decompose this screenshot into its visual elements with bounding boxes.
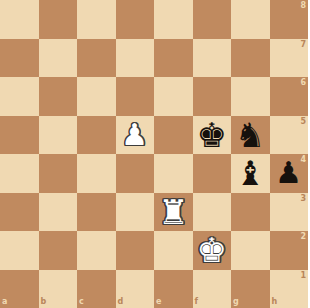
square-h5[interactable]: 5 xyxy=(270,116,309,155)
square-a1[interactable]: a xyxy=(0,270,39,308)
square-h4[interactable]: 4♟ xyxy=(270,154,309,193)
black-king[interactable]: ♚ xyxy=(197,118,227,152)
square-f5[interactable]: ♚ xyxy=(193,116,232,155)
square-b6[interactable] xyxy=(39,77,78,116)
square-g4[interactable]: ♝ xyxy=(231,154,270,193)
square-d5[interactable]: ♟ xyxy=(116,116,155,155)
rank-label-7: 7 xyxy=(300,41,306,49)
square-c8[interactable] xyxy=(77,0,116,39)
file-label-c: c xyxy=(79,298,84,306)
rank-label-1: 1 xyxy=(300,272,306,280)
square-e6[interactable] xyxy=(154,77,193,116)
square-c2[interactable] xyxy=(77,231,116,270)
chessboard-screenshot: 876♟♚♞5♝4♟♜3♚2abcdefg1h xyxy=(0,0,310,308)
square-c6[interactable] xyxy=(77,77,116,116)
square-c1[interactable]: c xyxy=(77,270,116,308)
square-a3[interactable] xyxy=(0,193,39,232)
file-label-f: f xyxy=(195,298,198,306)
file-label-b: b xyxy=(41,298,47,306)
square-g8[interactable] xyxy=(231,0,270,39)
rank-label-6: 6 xyxy=(300,79,306,87)
white-rook[interactable]: ♜ xyxy=(158,195,188,229)
square-a2[interactable] xyxy=(0,231,39,270)
square-b5[interactable] xyxy=(39,116,78,155)
file-label-a: a xyxy=(2,298,7,306)
file-label-e: e xyxy=(156,298,161,306)
square-c4[interactable] xyxy=(77,154,116,193)
square-e7[interactable] xyxy=(154,39,193,78)
file-label-d: d xyxy=(118,298,124,306)
square-h2[interactable]: 2 xyxy=(270,231,309,270)
black-knight[interactable]: ♞ xyxy=(235,118,265,152)
square-f2[interactable]: ♚ xyxy=(193,231,232,270)
square-g1[interactable]: g xyxy=(231,270,270,308)
square-e2[interactable] xyxy=(154,231,193,270)
square-g6[interactable] xyxy=(231,77,270,116)
square-d1[interactable]: d xyxy=(116,270,155,308)
square-b7[interactable] xyxy=(39,39,78,78)
square-a8[interactable] xyxy=(0,0,39,39)
square-g2[interactable] xyxy=(231,231,270,270)
square-g5[interactable]: ♞ xyxy=(231,116,270,155)
square-g3[interactable] xyxy=(231,193,270,232)
square-d2[interactable] xyxy=(116,231,155,270)
file-label-g: g xyxy=(233,298,239,306)
square-c7[interactable] xyxy=(77,39,116,78)
square-e8[interactable] xyxy=(154,0,193,39)
square-b1[interactable]: b xyxy=(39,270,78,308)
square-e3[interactable]: ♜ xyxy=(154,193,193,232)
square-f4[interactable] xyxy=(193,154,232,193)
square-h7[interactable]: 7 xyxy=(270,39,309,78)
square-d8[interactable] xyxy=(116,0,155,39)
square-e5[interactable] xyxy=(154,116,193,155)
square-b4[interactable] xyxy=(39,154,78,193)
square-f8[interactable] xyxy=(193,0,232,39)
square-c3[interactable] xyxy=(77,193,116,232)
square-f1[interactable]: f xyxy=(193,270,232,308)
square-a6[interactable] xyxy=(0,77,39,116)
black-pawn[interactable]: ♟ xyxy=(275,158,302,188)
square-f7[interactable] xyxy=(193,39,232,78)
square-g7[interactable] xyxy=(231,39,270,78)
square-d7[interactable] xyxy=(116,39,155,78)
rank-label-8: 8 xyxy=(300,2,306,10)
rank-label-2: 2 xyxy=(300,233,306,241)
square-f6[interactable] xyxy=(193,77,232,116)
square-c5[interactable] xyxy=(77,116,116,155)
square-h1[interactable]: 1h xyxy=(270,270,309,308)
square-d6[interactable] xyxy=(116,77,155,116)
square-a7[interactable] xyxy=(0,39,39,78)
square-f3[interactable] xyxy=(193,193,232,232)
black-bishop[interactable]: ♝ xyxy=(235,156,265,190)
square-d4[interactable] xyxy=(116,154,155,193)
square-a4[interactable] xyxy=(0,154,39,193)
white-pawn[interactable]: ♟ xyxy=(121,120,148,150)
square-h3[interactable]: 3 xyxy=(270,193,309,232)
right-edge-margin xyxy=(308,0,310,308)
chess-board: 876♟♚♞5♝4♟♜3♚2abcdefg1h xyxy=(0,0,308,308)
square-b3[interactable] xyxy=(39,193,78,232)
square-d3[interactable] xyxy=(116,193,155,232)
file-label-h: h xyxy=(272,298,278,306)
square-h6[interactable]: 6 xyxy=(270,77,309,116)
square-h8[interactable]: 8 xyxy=(270,0,309,39)
white-king[interactable]: ♚ xyxy=(197,233,227,267)
square-a5[interactable] xyxy=(0,116,39,155)
rank-label-3: 3 xyxy=(300,195,306,203)
square-b2[interactable] xyxy=(39,231,78,270)
square-e4[interactable] xyxy=(154,154,193,193)
square-e1[interactable]: e xyxy=(154,270,193,308)
rank-label-5: 5 xyxy=(300,118,306,126)
square-b8[interactable] xyxy=(39,0,78,39)
